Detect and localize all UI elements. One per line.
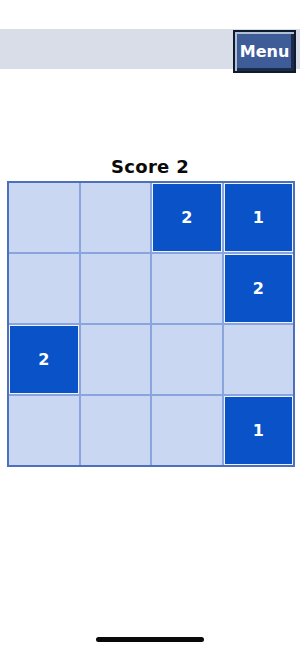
- tile: 2: [152, 183, 222, 252]
- tile: 2: [224, 254, 294, 323]
- tile: 2: [9, 325, 79, 394]
- board-cell: [81, 325, 151, 394]
- home-indicator[interactable]: [96, 637, 204, 642]
- board-cell: [81, 254, 151, 323]
- board-cell: [224, 325, 294, 394]
- board-cell: [9, 396, 79, 465]
- tile: 1: [224, 396, 294, 465]
- board-cell: [81, 183, 151, 252]
- app-screen: Menu Score 2 21221: [0, 0, 300, 649]
- game-board[interactable]: 21221: [7, 181, 295, 467]
- menu-button[interactable]: Menu: [233, 30, 296, 73]
- board-cell: [81, 396, 151, 465]
- tile: 1: [224, 183, 294, 252]
- board-cell: [9, 254, 79, 323]
- board-cell: [152, 325, 222, 394]
- board-cell: [152, 396, 222, 465]
- board-cell: [152, 254, 222, 323]
- board-cell: [9, 183, 79, 252]
- score-label: Score 2: [0, 156, 300, 177]
